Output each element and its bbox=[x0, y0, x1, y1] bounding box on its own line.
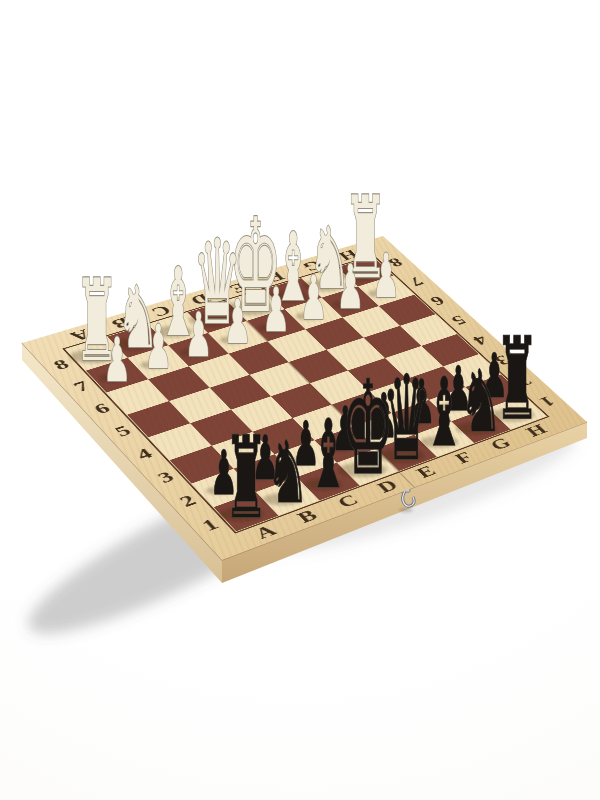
coordinate-label-rank-1-right: 1 bbox=[536, 394, 558, 409]
coordinate-label-rank-7-left: 7 bbox=[70, 378, 93, 394]
coordinate-label-file-F-near: F bbox=[451, 449, 476, 466]
coordinate-label-file-H-near: H bbox=[523, 422, 551, 439]
coordinate-label-rank-3-left: 3 bbox=[154, 469, 178, 486]
coordinate-label-rank-1-left: 1 bbox=[198, 516, 222, 534]
coordinate-label-rank-2-left: 2 bbox=[176, 492, 200, 509]
coordinate-label-file-D-near: D bbox=[373, 477, 401, 495]
coordinate-label-rank-5-right: 5 bbox=[448, 313, 469, 327]
coordinate-label-rank-6-left: 6 bbox=[90, 400, 113, 416]
coordinate-label-file-E-far: E bbox=[226, 281, 251, 296]
coordinate-label-file-C-near: C bbox=[333, 492, 362, 511]
playing-grid bbox=[66, 257, 546, 532]
coordinate-label-file-E-near: E bbox=[413, 463, 440, 481]
coordinate-label-file-B-near: B bbox=[293, 507, 321, 526]
coordinate-label-rank-4-right: 4 bbox=[469, 333, 491, 347]
chess-board: 8877665544332211AABBCCDDEEFFGGHH bbox=[22, 236, 587, 560]
coordinate-label-rank-5-left: 5 bbox=[111, 423, 134, 439]
chessboard-photo-stage: 8877665544332211AABBCCDDEEFFGGHH ♜♞♟♝♟♚♟… bbox=[0, 0, 600, 800]
coordinate-label-rank-8-right: 8 bbox=[385, 256, 406, 269]
coordinate-label-file-G-near: G bbox=[486, 435, 514, 453]
coordinate-label-rank-6-right: 6 bbox=[427, 294, 448, 308]
coordinate-label-rank-2-right: 2 bbox=[513, 373, 535, 388]
coordinate-label-file-F-far: F bbox=[264, 270, 288, 284]
coordinate-label-file-B-far: B bbox=[108, 315, 134, 331]
coordinate-label-rank-3-right: 3 bbox=[491, 353, 513, 367]
coordinate-label-rank-4-left: 4 bbox=[132, 445, 155, 462]
coordinate-label-rank-8-left: 8 bbox=[50, 357, 73, 372]
coordinate-label-file-A-near: A bbox=[251, 522, 280, 542]
coordinate-label-rank-7-right: 7 bbox=[406, 274, 427, 288]
